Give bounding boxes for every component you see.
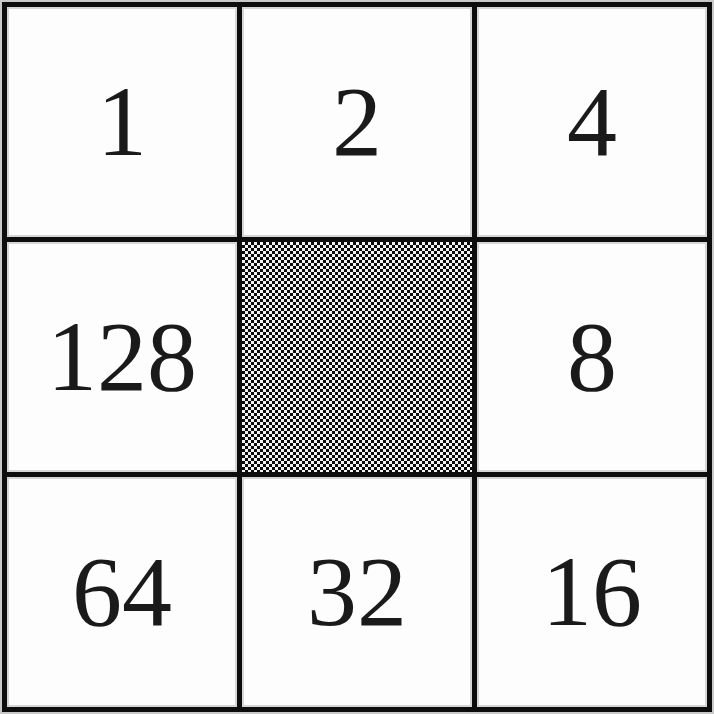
shaded-unknown-cell-r2c2 bbox=[242, 242, 472, 472]
cell-r1c2: 2 bbox=[242, 7, 472, 237]
cell-r3c2: 32 bbox=[242, 477, 472, 707]
cell-r2c3: 8 bbox=[477, 242, 707, 472]
puzzle-grid: 1 2 4 128 8 64 32 16 bbox=[2, 2, 712, 712]
cell-r3c3: 16 bbox=[477, 477, 707, 707]
puzzle-board-frame: 1 2 4 128 8 64 32 16 bbox=[0, 0, 714, 714]
cell-r1c1: 1 bbox=[7, 7, 237, 237]
cell-r2c1: 128 bbox=[7, 242, 237, 472]
cell-r1c3: 4 bbox=[477, 7, 707, 237]
cell-r3c1: 64 bbox=[7, 477, 237, 707]
